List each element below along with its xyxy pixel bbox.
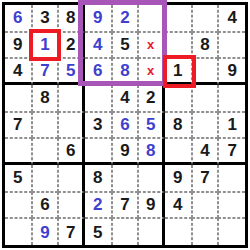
cell-r5c1[interactable]: 7 <box>5 112 32 139</box>
cell-r9c4[interactable]: 5 <box>85 218 112 245</box>
cell-r5c8[interactable] <box>192 112 219 139</box>
given-digit: 8 <box>93 169 102 186</box>
cell-r4c1[interactable] <box>5 85 32 112</box>
cell-r7c9[interactable] <box>218 165 245 192</box>
cell-r2c9[interactable] <box>218 32 245 59</box>
cell-r3c8[interactable] <box>192 58 219 85</box>
given-digit: 3 <box>40 9 49 26</box>
given-digit: 5 <box>120 36 129 53</box>
cell-r9c6[interactable] <box>138 218 165 245</box>
given-digit: 9 <box>146 196 155 213</box>
cell-r4c8[interactable] <box>192 85 219 112</box>
cell-r1c6[interactable] <box>138 5 165 32</box>
given-digit: 4 <box>227 9 236 26</box>
cell-r6c5[interactable]: 9 <box>112 138 139 165</box>
cell-r5c9[interactable]: 1 <box>218 112 245 139</box>
cell-r5c2[interactable] <box>32 112 59 139</box>
cell-r7c3[interactable] <box>58 165 85 192</box>
cell-r7c5[interactable] <box>112 165 139 192</box>
cell-r2c8[interactable]: 8 <box>192 32 219 59</box>
cell-r7c2[interactable] <box>32 165 59 192</box>
cell-r3c6[interactable]: x <box>138 58 165 85</box>
x-mark: x <box>147 38 154 51</box>
entered-digit: 9 <box>40 224 49 241</box>
cell-r2c1[interactable]: 9 <box>5 32 32 59</box>
given-digit: 4 <box>120 89 129 106</box>
cell-r4c9[interactable] <box>218 85 245 112</box>
cell-r9c1[interactable] <box>5 218 32 245</box>
cell-r3c5[interactable]: 8 <box>112 58 139 85</box>
sudoku-board: 63892491245x847568x198427365816984758976… <box>2 2 248 248</box>
entered-digit: 7 <box>40 62 49 79</box>
cell-r5c6[interactable]: 5 <box>138 112 165 139</box>
cell-r3c9[interactable]: 9 <box>218 58 245 85</box>
given-digit: 9 <box>120 142 129 159</box>
entered-digit: 6 <box>93 62 102 79</box>
cell-r4c4[interactable] <box>85 85 112 112</box>
cell-r4c6[interactable]: 2 <box>138 85 165 112</box>
x-mark: x <box>147 64 154 77</box>
cell-r1c7[interactable] <box>165 5 192 32</box>
entered-digit: 5 <box>146 116 155 133</box>
cell-r5c3[interactable] <box>58 112 85 139</box>
cell-r6c4[interactable] <box>85 138 112 165</box>
cell-r6c9[interactable]: 7 <box>218 138 245 165</box>
cell-r8c6[interactable]: 9 <box>138 192 165 219</box>
given-digit: 2 <box>66 36 75 53</box>
cell-r8c7[interactable]: 4 <box>165 192 192 219</box>
cell-r6c1[interactable] <box>5 138 32 165</box>
cell-r1c1[interactable]: 6 <box>5 5 32 32</box>
cell-r6c3[interactable]: 6 <box>58 138 85 165</box>
cell-r5c5[interactable]: 6 <box>112 112 139 139</box>
given-digit: 9 <box>173 169 182 186</box>
given-digit: 4 <box>200 142 209 159</box>
cell-r2c4[interactable]: 4 <box>85 32 112 59</box>
given-digit: 5 <box>13 169 22 186</box>
cell-r1c3[interactable]: 8 <box>58 5 85 32</box>
cell-r7c6[interactable] <box>138 165 165 192</box>
cell-r2c7[interactable] <box>165 32 192 59</box>
sudoku-app: 63892491245x847568x198427365816984758976… <box>0 0 250 250</box>
cell-r9c3[interactable]: 7 <box>58 218 85 245</box>
cell-r2c6[interactable]: x <box>138 32 165 59</box>
given-digit: 1 <box>173 62 182 79</box>
entered-digit: 4 <box>93 36 102 53</box>
entered-digit: 1 <box>40 36 49 53</box>
cell-r9c8[interactable] <box>192 218 219 245</box>
entered-digit: 6 <box>13 9 22 26</box>
cell-r7c4[interactable]: 8 <box>85 165 112 192</box>
given-digit: 7 <box>200 169 209 186</box>
cell-r6c6[interactable]: 8 <box>138 138 165 165</box>
given-digit: 7 <box>120 196 129 213</box>
cell-r7c7[interactable]: 9 <box>165 165 192 192</box>
given-digit: 8 <box>66 9 75 26</box>
given-digit: 1 <box>227 116 236 133</box>
given-digit: 8 <box>200 36 209 53</box>
entered-digit: 9 <box>93 9 102 26</box>
cell-r4c2[interactable]: 8 <box>32 85 59 112</box>
entered-digit: 6 <box>120 116 129 133</box>
cell-r3c3[interactable]: 5 <box>58 58 85 85</box>
cell-r2c3[interactable]: 2 <box>58 32 85 59</box>
cell-r3c2[interactable]: 7 <box>32 58 59 85</box>
given-digit: 3 <box>93 116 102 133</box>
cell-r9c7[interactable] <box>165 218 192 245</box>
cell-r8c1[interactable] <box>5 192 32 219</box>
entered-digit: 8 <box>146 142 155 159</box>
cell-r6c8[interactable]: 4 <box>192 138 219 165</box>
cell-r3c1[interactable]: 4 <box>5 58 32 85</box>
given-digit: 7 <box>13 116 22 133</box>
given-digit: 6 <box>40 196 49 213</box>
given-digit: 9 <box>227 62 236 79</box>
cell-r8c4[interactable]: 2 <box>85 192 112 219</box>
cell-r8c2[interactable]: 6 <box>32 192 59 219</box>
cell-r5c4[interactable]: 3 <box>85 112 112 139</box>
cell-r2c5[interactable]: 5 <box>112 32 139 59</box>
cell-r8c9[interactable] <box>218 192 245 219</box>
cell-r6c2[interactable] <box>32 138 59 165</box>
entered-digit: 2 <box>93 196 102 213</box>
cell-r3c7[interactable]: 1 <box>165 58 192 85</box>
cell-r2c2[interactable]: 1 <box>32 32 59 59</box>
cell-r9c5[interactable] <box>112 218 139 245</box>
given-digit: 9 <box>13 36 22 53</box>
cell-r7c1[interactable]: 5 <box>5 165 32 192</box>
given-digit: 5 <box>93 224 102 241</box>
entered-digit: 2 <box>120 9 129 26</box>
cell-r4c7[interactable] <box>165 85 192 112</box>
entered-digit: 5 <box>66 62 75 79</box>
cell-r1c2[interactable]: 3 <box>32 5 59 32</box>
cell-r3c4[interactable]: 6 <box>85 58 112 85</box>
cell-r6c7[interactable] <box>165 138 192 165</box>
cell-r7c8[interactable]: 7 <box>192 165 219 192</box>
cell-r1c8[interactable] <box>192 5 219 32</box>
entered-digit: 8 <box>120 62 129 79</box>
given-digit: 4 <box>173 196 182 213</box>
cell-r9c9[interactable] <box>218 218 245 245</box>
given-digit: 8 <box>40 89 49 106</box>
cell-r8c5[interactable]: 7 <box>112 192 139 219</box>
given-digit: 7 <box>227 142 236 159</box>
given-digit: 4 <box>13 62 22 79</box>
cell-r9c2[interactable]: 9 <box>32 218 59 245</box>
given-digit: 8 <box>173 116 182 133</box>
cell-r1c9[interactable]: 4 <box>218 5 245 32</box>
cell-r4c3[interactable] <box>58 85 85 112</box>
cell-r8c8[interactable] <box>192 192 219 219</box>
given-digit: 2 <box>146 89 155 106</box>
cell-r1c5[interactable]: 2 <box>112 5 139 32</box>
given-digit: 6 <box>66 142 75 159</box>
cell-r8c3[interactable] <box>58 192 85 219</box>
cell-r4c5[interactable]: 4 <box>112 85 139 112</box>
cell-r1c4[interactable]: 9 <box>85 5 112 32</box>
given-digit: 7 <box>66 224 75 241</box>
cell-r5c7[interactable]: 8 <box>165 112 192 139</box>
